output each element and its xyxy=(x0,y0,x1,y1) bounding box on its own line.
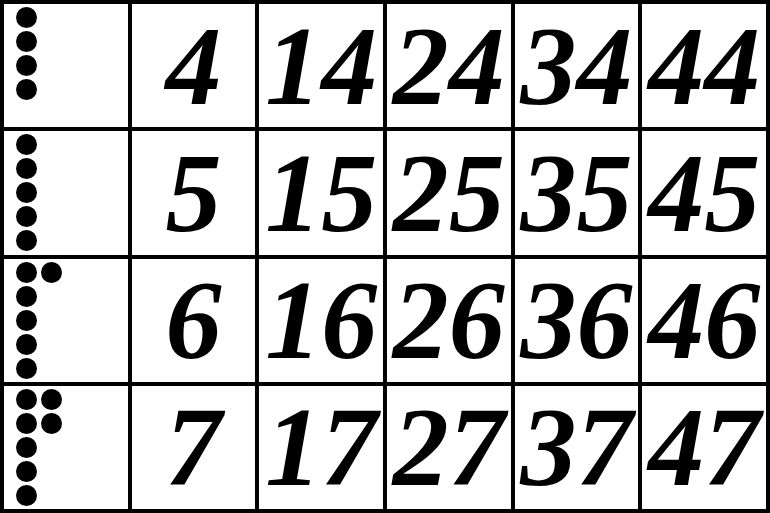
counting-dot xyxy=(16,79,37,100)
number-cell: 6 xyxy=(132,259,256,382)
counting-dot xyxy=(16,230,37,251)
counting-dot xyxy=(41,262,62,283)
counting-dot xyxy=(16,358,37,379)
dot-numeral-4 xyxy=(16,7,37,100)
counting-dot xyxy=(16,158,37,179)
dot-column xyxy=(16,262,37,379)
dot-column xyxy=(16,134,37,251)
number-cell: 27 xyxy=(387,386,511,509)
number-cell: 35 xyxy=(515,131,639,254)
number-cell: 24 xyxy=(387,4,511,127)
counting-dot xyxy=(16,334,37,355)
number-cell: 25 xyxy=(387,131,511,254)
counting-dot xyxy=(16,262,37,283)
counting-dot xyxy=(16,182,37,203)
dot-column xyxy=(16,389,37,506)
dot-pattern-cell xyxy=(4,131,128,254)
dot-column xyxy=(41,389,62,506)
counting-dot xyxy=(16,485,37,506)
number-cell: 36 xyxy=(515,259,639,382)
number-cell: 26 xyxy=(387,259,511,382)
number-cell: 45 xyxy=(642,131,766,254)
dot-numeral-7 xyxy=(16,389,62,506)
counting-dot xyxy=(16,206,37,227)
dot-pattern-cell xyxy=(4,259,128,382)
number-cell: 17 xyxy=(259,386,383,509)
counting-dot xyxy=(41,413,62,434)
number-cell: 47 xyxy=(642,386,766,509)
number-cell: 46 xyxy=(642,259,766,382)
counting-dot xyxy=(16,134,37,155)
number-cell: 16 xyxy=(259,259,383,382)
number-cell: 34 xyxy=(515,4,639,127)
number-cell: 5 xyxy=(132,131,256,254)
dot-pattern-cell xyxy=(4,4,128,127)
dot-column xyxy=(16,7,37,100)
counting-dot xyxy=(16,310,37,331)
counting-dot xyxy=(16,55,37,76)
number-cell: 44 xyxy=(642,4,766,127)
counting-chart-board: 4 14 24 34 44 5 15 25 35 45 6 16 26 36 4… xyxy=(0,0,770,513)
number-cell: 15 xyxy=(259,131,383,254)
dot-numeral-5 xyxy=(16,134,37,251)
counting-dot xyxy=(16,389,37,410)
number-cell: 37 xyxy=(515,386,639,509)
counting-dot xyxy=(16,7,37,28)
counting-dot xyxy=(16,31,37,52)
dot-column xyxy=(41,262,62,379)
dot-pattern-cell xyxy=(4,386,128,509)
counting-dot xyxy=(16,413,37,434)
number-cell: 14 xyxy=(259,4,383,127)
counting-dot xyxy=(16,461,37,482)
dot-numeral-6 xyxy=(16,262,62,379)
number-cell: 7 xyxy=(132,386,256,509)
counting-dot xyxy=(16,437,37,458)
counting-dot xyxy=(16,286,37,307)
number-cell: 4 xyxy=(132,4,256,127)
counting-dot xyxy=(41,389,62,410)
